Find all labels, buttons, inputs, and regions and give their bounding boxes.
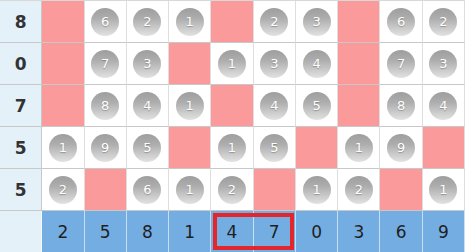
hit-cell-r3-c0 [296, 127, 338, 169]
miss-cell-r0-c8: 2 [127, 1, 169, 43]
miss-count-ball: 3 [303, 8, 331, 36]
hit-cell-r0-c2 [42, 1, 84, 43]
row-label-2: 7 [0, 85, 42, 127]
hit-cell-r2-c2 [42, 85, 84, 127]
lottery-trend-chart: 8621236207313473784145845195151952612121… [0, 0, 465, 252]
miss-cell-r1-c8: 3 [127, 43, 169, 85]
miss-cell-r4-c3: 2 [338, 169, 380, 211]
miss-cell-r4-c2: 2 [42, 169, 84, 211]
hit-cell-r4-c5 [85, 169, 127, 211]
miss-count-ball: 2 [218, 176, 246, 204]
miss-count-ball: 5 [303, 92, 331, 120]
miss-cell-r1-c7: 3 [254, 43, 296, 85]
miss-cell-r3-c6: 9 [380, 127, 422, 169]
miss-count-ball: 1 [345, 134, 373, 162]
miss-cell-r0-c0: 3 [296, 1, 338, 43]
miss-count-ball: 6 [91, 8, 119, 36]
hit-cell-r3-c9 [423, 127, 465, 169]
miss-cell-r2-c5: 8 [85, 85, 127, 127]
miss-count-ball: 9 [91, 134, 119, 162]
miss-cell-r3-c8: 5 [127, 127, 169, 169]
miss-count-ball: 6 [387, 8, 415, 36]
miss-cell-r4-c9: 1 [423, 169, 465, 211]
footer-corner [0, 211, 42, 252]
miss-count-ball: 4 [303, 50, 331, 78]
miss-cell-r2-c8: 4 [127, 85, 169, 127]
miss-count-ball: 5 [260, 134, 288, 162]
miss-count-ball: 2 [429, 8, 457, 36]
hit-cell-r4-c6 [380, 169, 422, 211]
footer-number-4[interactable]: 4 [211, 211, 253, 252]
footer-number-1[interactable]: 1 [169, 211, 211, 252]
miss-count-ball: 4 [260, 92, 288, 120]
footer-number-6[interactable]: 6 [380, 211, 422, 252]
miss-cell-r0-c6: 6 [380, 1, 422, 43]
miss-cell-r3-c2: 1 [42, 127, 84, 169]
miss-cell-r1-c5: 7 [85, 43, 127, 85]
miss-count-ball: 1 [176, 8, 204, 36]
miss-cell-r2-c0: 5 [296, 85, 338, 127]
miss-cell-r1-c0: 4 [296, 43, 338, 85]
hit-cell-r2-c3 [338, 85, 380, 127]
miss-cell-r2-c6: 8 [380, 85, 422, 127]
miss-count-ball: 3 [260, 50, 288, 78]
miss-cell-r1-c9: 3 [423, 43, 465, 85]
miss-count-ball: 4 [133, 92, 161, 120]
row-label-3: 5 [0, 127, 42, 169]
footer-number-0[interactable]: 0 [296, 211, 338, 252]
miss-cell-r2-c9: 4 [423, 85, 465, 127]
miss-cell-r0-c5: 6 [85, 1, 127, 43]
row-label-0: 8 [0, 1, 42, 43]
footer-number-2[interactable]: 2 [42, 211, 84, 252]
miss-count-ball: 2 [49, 176, 77, 204]
miss-cell-r4-c1: 1 [169, 169, 211, 211]
miss-cell-r1-c6: 7 [380, 43, 422, 85]
row-label-1: 0 [0, 43, 42, 85]
miss-cell-r1-c4: 1 [211, 43, 253, 85]
miss-cell-r3-c4: 1 [211, 127, 253, 169]
miss-cell-r2-c1: 1 [169, 85, 211, 127]
miss-count-ball: 8 [91, 92, 119, 120]
miss-count-ball: 1 [429, 176, 457, 204]
miss-count-ball: 8 [387, 92, 415, 120]
hit-cell-r4-c7 [254, 169, 296, 211]
miss-count-ball: 2 [133, 8, 161, 36]
miss-cell-r0-c1: 1 [169, 1, 211, 43]
hit-cell-r2-c4 [211, 85, 253, 127]
miss-cell-r3-c3: 1 [338, 127, 380, 169]
miss-cell-r0-c7: 2 [254, 1, 296, 43]
hit-cell-r1-c3 [338, 43, 380, 85]
miss-count-ball: 7 [91, 50, 119, 78]
footer-number-8[interactable]: 8 [127, 211, 169, 252]
miss-count-ball: 3 [429, 50, 457, 78]
hit-cell-r0-c4 [211, 1, 253, 43]
miss-count-ball: 2 [260, 8, 288, 36]
miss-count-ball: 3 [133, 50, 161, 78]
hit-cell-r1-c2 [42, 43, 84, 85]
miss-cell-r2-c7: 4 [254, 85, 296, 127]
hit-cell-r3-c1 [169, 127, 211, 169]
miss-cell-r3-c7: 5 [254, 127, 296, 169]
row-label-4: 5 [0, 169, 42, 211]
miss-cell-r4-c0: 1 [296, 169, 338, 211]
miss-count-ball: 1 [218, 134, 246, 162]
miss-count-ball: 1 [218, 50, 246, 78]
hit-cell-r1-c1 [169, 43, 211, 85]
miss-count-ball: 1 [49, 134, 77, 162]
footer-number-9[interactable]: 9 [423, 211, 465, 252]
miss-count-ball: 4 [429, 92, 457, 120]
footer-number-7[interactable]: 7 [254, 211, 296, 252]
miss-count-ball: 7 [387, 50, 415, 78]
footer-number-5[interactable]: 5 [85, 211, 127, 252]
miss-count-ball: 1 [176, 176, 204, 204]
footer-number-3[interactable]: 3 [338, 211, 380, 252]
miss-count-ball: 1 [303, 176, 331, 204]
miss-count-ball: 6 [133, 176, 161, 204]
miss-cell-r0-c9: 2 [423, 1, 465, 43]
miss-cell-r4-c4: 2 [211, 169, 253, 211]
miss-count-ball: 2 [345, 176, 373, 204]
hit-cell-r0-c3 [338, 1, 380, 43]
miss-cell-r4-c8: 6 [127, 169, 169, 211]
miss-count-ball: 5 [133, 134, 161, 162]
miss-count-ball: 1 [176, 92, 204, 120]
miss-cell-r3-c5: 9 [85, 127, 127, 169]
miss-count-ball: 9 [387, 134, 415, 162]
